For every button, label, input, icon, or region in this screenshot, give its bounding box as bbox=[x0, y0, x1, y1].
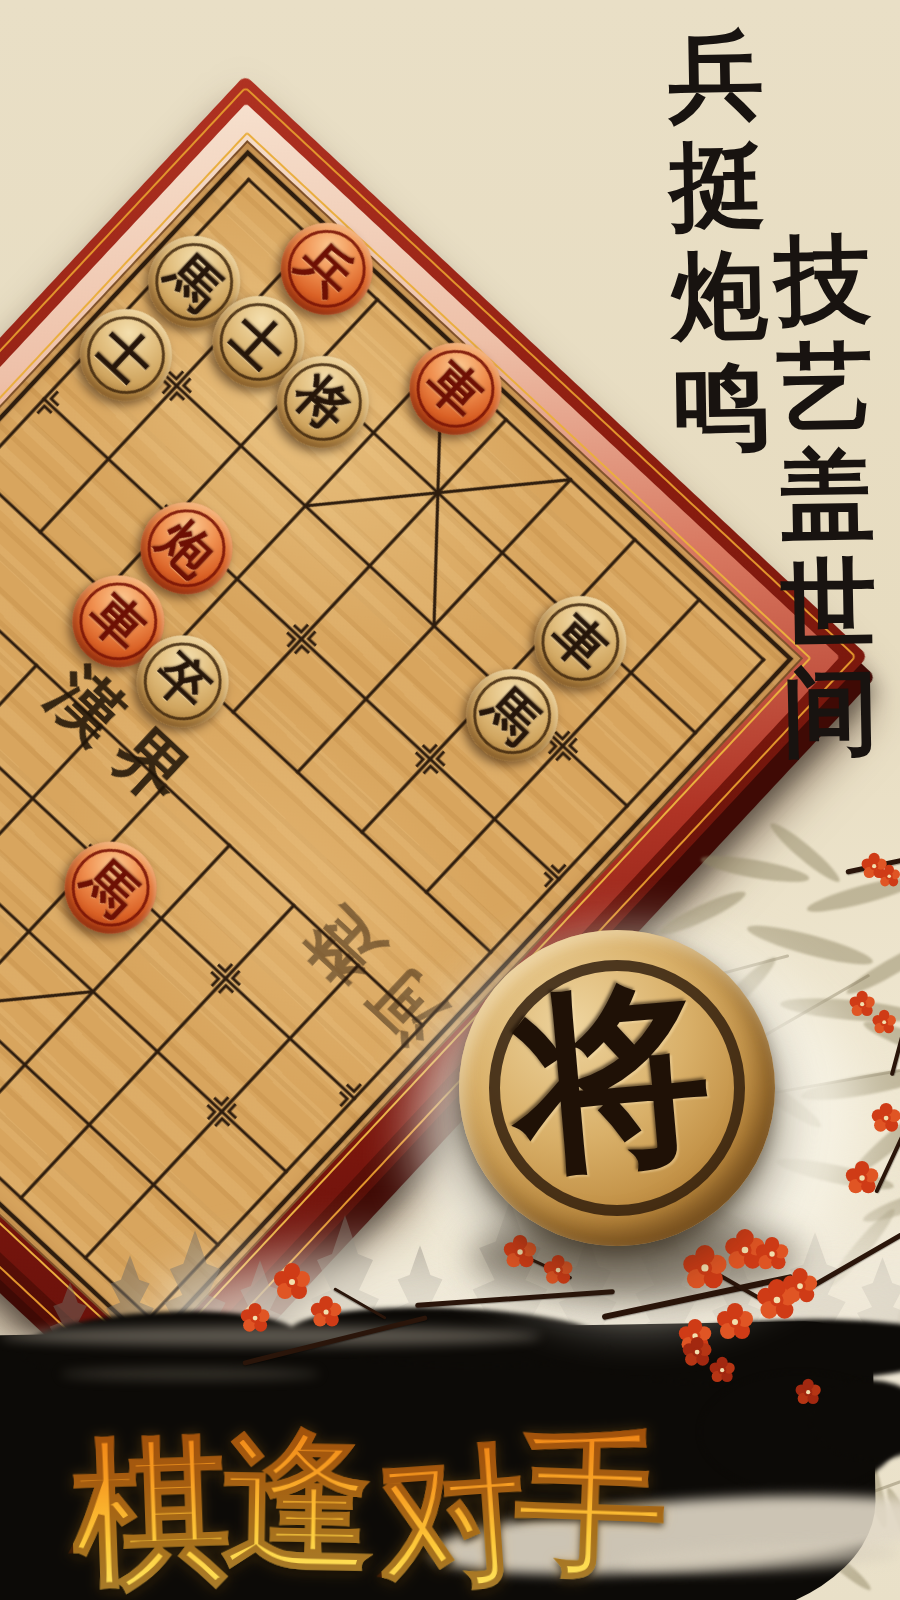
plum-blossom-3 bbox=[520, 1252, 521, 1253]
title-char-0: 棋 bbox=[68, 1405, 233, 1600]
plum-blossom-13 bbox=[886, 1118, 887, 1119]
plum-blossom-1 bbox=[326, 1312, 327, 1313]
plum-blossom-10 bbox=[800, 1286, 801, 1287]
plum-blossom-14 bbox=[874, 866, 875, 867]
featured-general-piece: 将 bbox=[459, 930, 775, 1246]
plum-blossom-5 bbox=[705, 1268, 706, 1269]
plum-blossom-9 bbox=[772, 1254, 773, 1255]
splash-screen: 漢界楚河 兵車馬士将車士馬炮車卒馬 将 兵挺炮鸣 技艺盖世间 棋逢对手 bbox=[0, 0, 900, 1600]
calligraphy-right-char-3: 世 bbox=[773, 555, 885, 653]
calligraphy-left-char-2: 炮 bbox=[664, 247, 776, 345]
plum-blossom-15 bbox=[889, 876, 890, 877]
blossom-branch-4 bbox=[874, 1110, 900, 1193]
plum-blossom-17 bbox=[884, 1022, 885, 1023]
plum-blossom-8 bbox=[735, 1322, 736, 1323]
blossom-branch-5 bbox=[890, 998, 900, 1076]
plum-blossom-2 bbox=[255, 1318, 256, 1319]
calligraphy-right-char-2: 盖 bbox=[771, 447, 883, 545]
plum-blossom-4 bbox=[558, 1270, 559, 1271]
calligraphy-left-char-3: 鸣 bbox=[666, 357, 778, 455]
blossom-branch-3 bbox=[784, 1225, 900, 1304]
title-char-1: 逢 bbox=[220, 1399, 376, 1600]
blossom-branch-2 bbox=[602, 1274, 794, 1320]
title-char-2: 对 bbox=[371, 1415, 533, 1600]
plum-blossom-19 bbox=[722, 1370, 723, 1371]
title-char-3: 手 bbox=[511, 1401, 670, 1600]
calligraphy-left-char-1: 挺 bbox=[662, 137, 774, 235]
blossom-branch-9 bbox=[704, 1265, 775, 1308]
plum-blossom-20 bbox=[808, 1392, 809, 1393]
calligraphy-right-char-4: 间 bbox=[775, 663, 887, 761]
plum-blossom-6 bbox=[745, 1250, 746, 1251]
plum-blossom-0 bbox=[292, 1282, 293, 1283]
plum-blossom-11 bbox=[695, 1336, 696, 1337]
blossom-branch-1 bbox=[415, 1289, 615, 1308]
blossom-branch-0 bbox=[242, 1315, 428, 1366]
calligraphy-column-left: 兵挺炮鸣 bbox=[660, 27, 778, 499]
plum-blossom-7 bbox=[777, 1300, 778, 1301]
calligraphy-right-char-0: 技 bbox=[767, 231, 879, 329]
plum-blossom-18 bbox=[697, 1352, 698, 1353]
calligraphy-left-char-0: 兵 bbox=[660, 27, 772, 125]
plum-blossom-16 bbox=[862, 1004, 863, 1005]
plum-blossom-12 bbox=[862, 1178, 863, 1179]
blossom-branch-8 bbox=[333, 1287, 386, 1320]
featured-general-glyph: 将 bbox=[504, 940, 721, 1220]
calligraphy-right-char-1: 艺 bbox=[769, 339, 881, 437]
calligraphy-column-right: 技艺盖世间 bbox=[767, 231, 887, 793]
